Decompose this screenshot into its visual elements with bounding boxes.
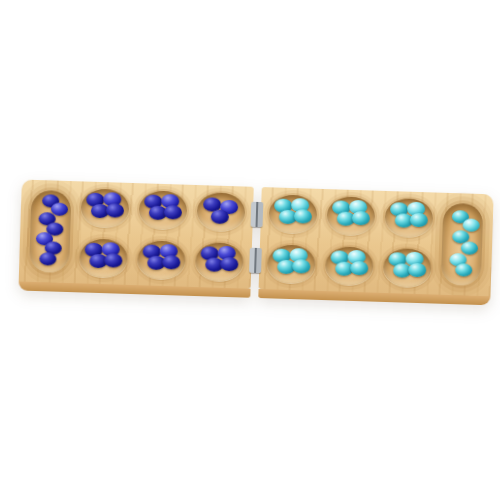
stone — [410, 213, 428, 228]
stone — [461, 241, 478, 255]
stone — [408, 263, 426, 278]
stone — [292, 259, 310, 274]
hinge-icon — [249, 248, 262, 273]
hinge-icon — [251, 202, 264, 227]
pit-right-far-2[interactable] — [326, 196, 375, 235]
stone — [104, 253, 122, 268]
stone — [294, 209, 312, 224]
stone — [220, 257, 238, 272]
store-left — [29, 190, 72, 273]
pit-right-near-2[interactable] — [325, 246, 374, 285]
stone — [164, 205, 182, 220]
pits-right-grid — [267, 194, 434, 287]
stone — [39, 252, 56, 266]
board-left-face — [19, 180, 254, 289]
pit-right-far-1[interactable] — [268, 194, 317, 233]
pit-right-far-3[interactable] — [384, 198, 433, 237]
stone — [352, 211, 370, 226]
pit-right-near-3[interactable] — [383, 248, 432, 287]
pits-left-grid — [79, 188, 246, 281]
stone — [211, 209, 229, 224]
pit-left-far-3[interactable] — [196, 192, 245, 231]
board-right-half — [258, 187, 493, 305]
pit-left-far-1[interactable] — [80, 188, 129, 227]
board-left-half — [18, 180, 253, 298]
stone — [462, 218, 479, 232]
stone — [350, 261, 368, 276]
mancala-board — [18, 180, 481, 308]
pit-left-near-1[interactable] — [79, 238, 128, 277]
store-right — [441, 203, 484, 286]
stone — [455, 263, 472, 277]
pit-left-far-2[interactable] — [138, 190, 187, 229]
pit-right-near-1[interactable] — [267, 244, 316, 283]
stone — [106, 203, 124, 218]
stone — [162, 255, 180, 270]
pit-left-near-3[interactable] — [195, 242, 244, 281]
pit-left-near-2[interactable] — [137, 240, 186, 279]
board-right-face — [259, 187, 494, 296]
